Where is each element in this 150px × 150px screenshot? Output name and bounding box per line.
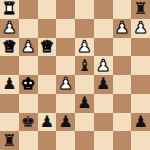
square-d5[interactable]: [56, 56, 75, 75]
black-bishop-piece: ♝: [77, 58, 91, 74]
square-a7[interactable]: ♟: [0, 19, 19, 38]
black-rook-piece: ♜: [133, 1, 147, 17]
square-a1[interactable]: ♜: [0, 131, 19, 150]
black-pawn-piece: ♟: [133, 114, 147, 130]
white-pawn-piece: ♟: [115, 20, 129, 36]
square-b6[interactable]: ♟: [19, 38, 38, 57]
square-d3[interactable]: [56, 94, 75, 113]
square-g7[interactable]: ♟: [113, 19, 132, 38]
white-pawn-piece: ♟: [133, 20, 147, 36]
square-h5[interactable]: [131, 56, 150, 75]
square-f4[interactable]: ♟: [94, 75, 113, 94]
black-pawn-piece: ♟: [58, 114, 72, 130]
square-b5[interactable]: [19, 56, 38, 75]
square-a5[interactable]: [0, 56, 19, 75]
square-c1[interactable]: [38, 131, 57, 150]
square-b2[interactable]: ♚: [19, 113, 38, 132]
square-g8[interactable]: [113, 0, 132, 19]
square-h6[interactable]: [131, 38, 150, 57]
square-g4[interactable]: [113, 75, 132, 94]
square-e1[interactable]: [75, 131, 94, 150]
square-h8[interactable]: ♜: [131, 0, 150, 19]
square-d4[interactable]: ♟: [56, 75, 75, 94]
square-a6[interactable]: ♛: [0, 38, 19, 57]
square-c8[interactable]: [38, 0, 57, 19]
chess-board: ♜♜♟♟♟♛♟♛♟♝♟♟♚♟♟♟♚♟♟♟♜: [0, 0, 150, 150]
square-b1[interactable]: [19, 131, 38, 150]
square-g3[interactable]: [113, 94, 132, 113]
white-pawn-piece: ♟: [77, 39, 91, 55]
square-f1[interactable]: [94, 131, 113, 150]
square-h2[interactable]: ♟: [131, 113, 150, 132]
square-h3[interactable]: [131, 94, 150, 113]
square-d7[interactable]: [56, 19, 75, 38]
black-pawn-piece: ♟: [96, 76, 110, 92]
square-c4[interactable]: [38, 75, 57, 94]
square-h7[interactable]: ♟: [131, 19, 150, 38]
square-a4[interactable]: ♟: [0, 75, 19, 94]
white-pawn-piece: ♟: [58, 76, 72, 92]
square-d1[interactable]: [56, 131, 75, 150]
square-a8[interactable]: ♜: [0, 0, 19, 19]
square-b4[interactable]: ♚: [19, 75, 38, 94]
square-d8[interactable]: [56, 0, 75, 19]
square-a2[interactable]: [0, 113, 19, 132]
square-d2[interactable]: ♟: [56, 113, 75, 132]
square-e4[interactable]: [75, 75, 94, 94]
square-f8[interactable]: [94, 0, 113, 19]
square-b8[interactable]: [19, 0, 38, 19]
square-c5[interactable]: [38, 56, 57, 75]
black-pawn-piece: ♟: [40, 114, 54, 130]
square-c3[interactable]: [38, 94, 57, 113]
white-king-piece: ♚: [21, 76, 35, 92]
square-e3[interactable]: ♟: [75, 94, 94, 113]
square-a3[interactable]: [0, 94, 19, 113]
square-d6[interactable]: [56, 38, 75, 57]
square-g1[interactable]: [113, 131, 132, 150]
white-pawn-piece: ♟: [96, 58, 110, 74]
square-f6[interactable]: [94, 38, 113, 57]
square-b3[interactable]: [19, 94, 38, 113]
square-e6[interactable]: ♟: [75, 38, 94, 57]
square-f5[interactable]: ♟: [94, 56, 113, 75]
square-f3[interactable]: [94, 94, 113, 113]
white-pawn-piece: ♟: [2, 20, 16, 36]
black-king-piece: ♚: [21, 114, 35, 130]
square-g6[interactable]: [113, 38, 132, 57]
square-h1[interactable]: [131, 131, 150, 150]
black-pawn-piece: ♟: [2, 76, 16, 92]
square-b7[interactable]: [19, 19, 38, 38]
square-e5[interactable]: ♝: [75, 56, 94, 75]
black-rook-piece: ♜: [2, 133, 16, 149]
square-c7[interactable]: [38, 19, 57, 38]
square-g5[interactable]: [113, 56, 132, 75]
square-e7[interactable]: [75, 19, 94, 38]
white-rook-piece: ♜: [2, 1, 16, 17]
square-c2[interactable]: ♟: [38, 113, 57, 132]
square-f7[interactable]: [94, 19, 113, 38]
square-e8[interactable]: [75, 0, 94, 19]
white-queen-piece: ♛: [40, 39, 54, 55]
square-c6[interactable]: ♛: [38, 38, 57, 57]
black-pawn-piece: ♟: [77, 95, 91, 111]
white-pawn-piece: ♟: [21, 39, 35, 55]
square-h4[interactable]: [131, 75, 150, 94]
square-e2[interactable]: [75, 113, 94, 132]
white-queen-piece: ♛: [2, 39, 16, 55]
square-f2[interactable]: [94, 113, 113, 132]
square-g2[interactable]: [113, 113, 132, 132]
